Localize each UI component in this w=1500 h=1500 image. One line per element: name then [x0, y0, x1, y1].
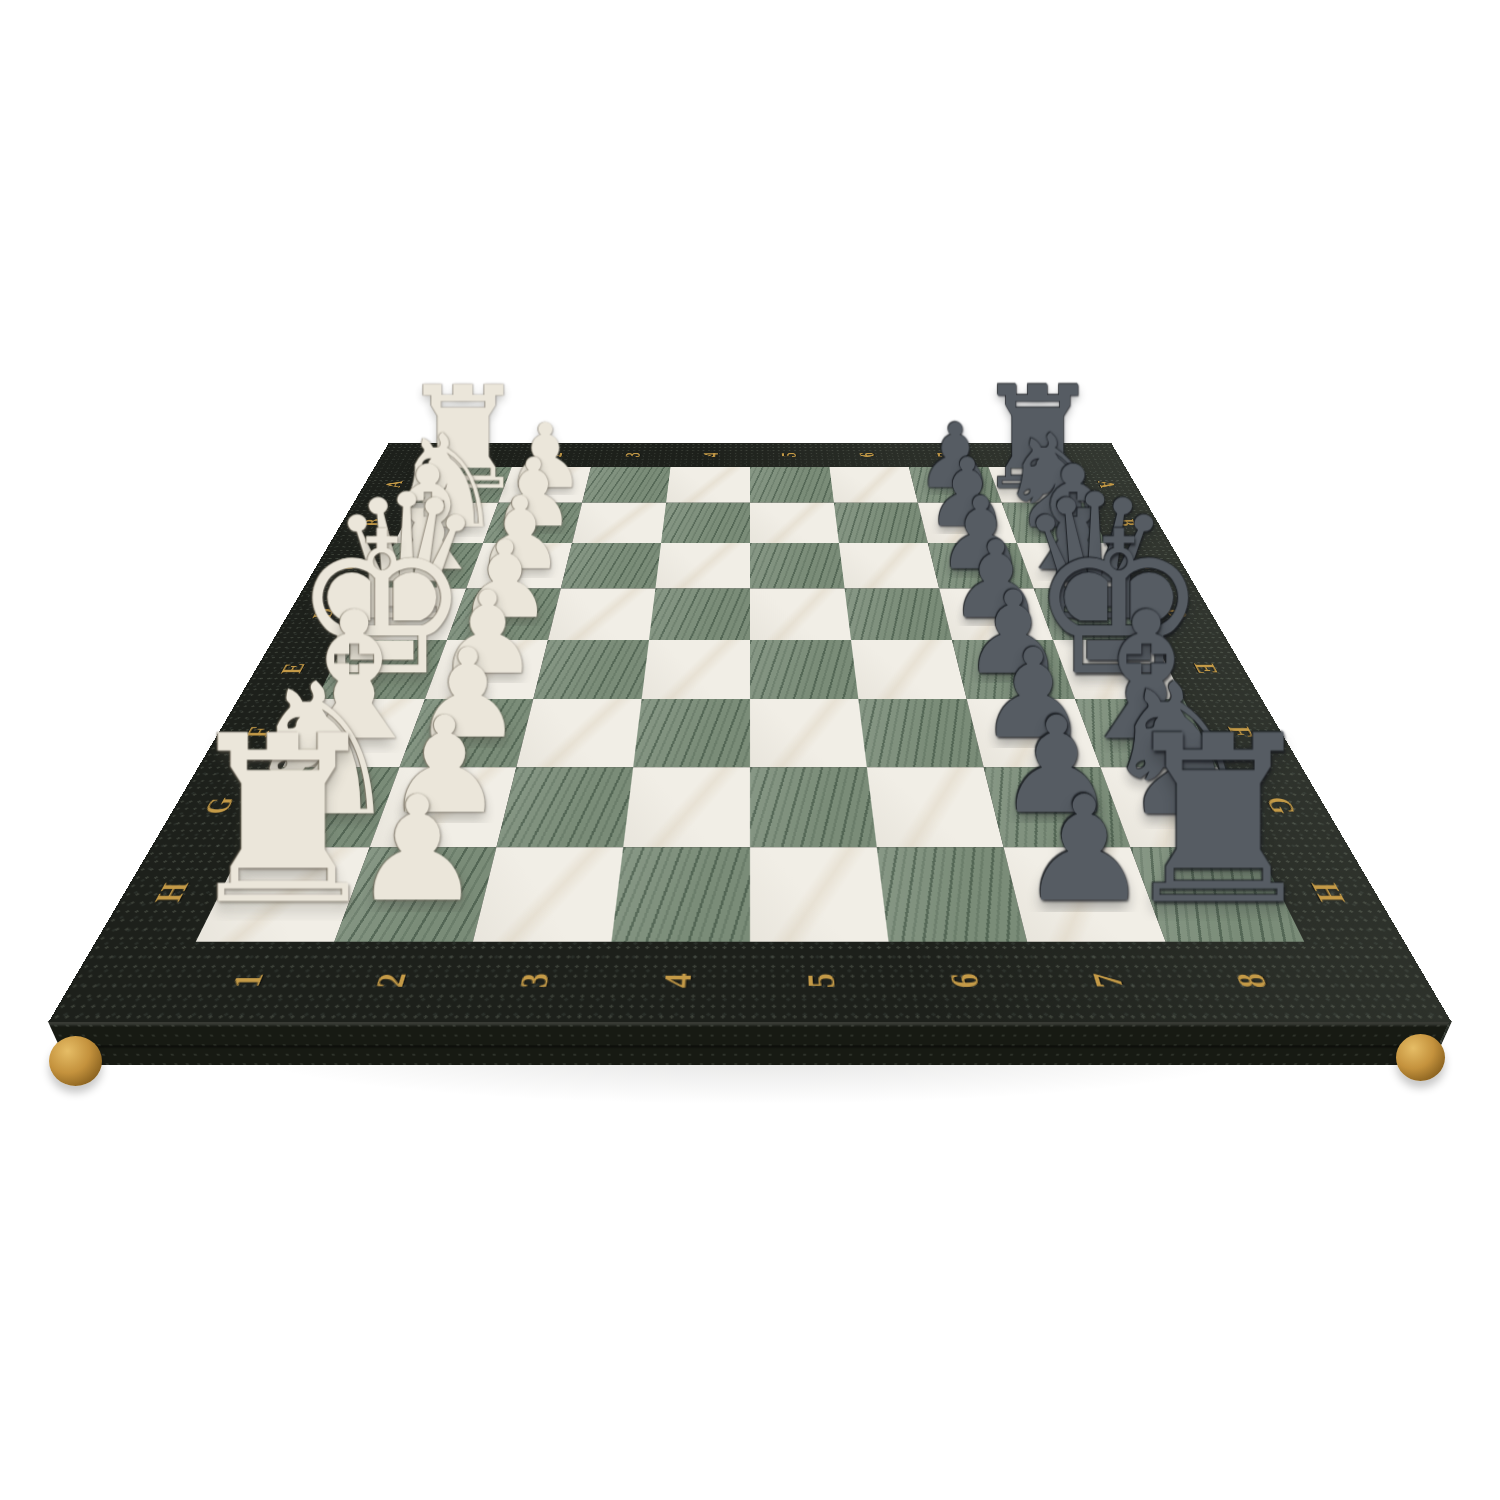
square-h1: ♜: [196, 847, 370, 942]
scene: 12345678A♜♟♟♜AB♞♟♟♞BC♝♟♟♝CD♛♟♟♛DE♚♟♟♚EF♝…: [0, 0, 1500, 1500]
square-c5: [750, 543, 845, 588]
square-a4: [666, 467, 750, 503]
rank-label-near-cell-2: 2: [304, 942, 472, 1022]
rank-label-far-3: 3: [621, 453, 646, 457]
rank-label-near-cell-5: 5: [750, 942, 899, 1022]
rank-label-near-2: 2: [367, 973, 416, 988]
square-d4: [649, 588, 750, 640]
rank-label-far-cell-5: 5: [750, 443, 829, 467]
chess-board: 12345678A♜♟♟♜AB♞♟♟♞BC♝♟♟♝CD♛♟♟♛DE♚♟♟♚EF♝…: [48, 443, 1451, 1022]
square-d3: [548, 588, 655, 640]
square-b5: [750, 503, 839, 543]
rank-label-far-cell-4: 4: [671, 443, 750, 467]
rank-label-near-1: 1: [223, 973, 273, 988]
chessboard-photo: 12345678A♜♟♟♜AB♞♟♟♞BC♝♟♟♝CD♛♟♟♛DE♚♟♟♚EF♝…: [0, 0, 1500, 1500]
rank-label-near-cell-6: 6: [889, 942, 1048, 1022]
rank-label-far-cell-3: 3: [591, 443, 673, 467]
square-g4: [623, 767, 750, 847]
square-g6: [867, 767, 1004, 847]
square-h3: [473, 847, 623, 942]
square-d5: [750, 588, 851, 640]
square-e5: [750, 640, 858, 699]
square-a5: [750, 467, 834, 503]
square-d6: [845, 588, 952, 640]
square-h6: [877, 847, 1027, 942]
square-e3: [533, 640, 649, 699]
rank-label-far-6: 6: [855, 453, 880, 457]
brass-foot-left: [49, 1036, 102, 1086]
brass-foot-right: [1396, 1034, 1445, 1081]
piece-white-rook-h1: ♜: [179, 705, 387, 936]
rank-label-near-cell-8: 8: [1166, 942, 1344, 1022]
square-f3: [516, 699, 641, 767]
rank-label-near-cell-4: 4: [601, 942, 750, 1022]
square-b3: [572, 503, 666, 543]
rank-label-far-5: 5: [777, 453, 801, 457]
square-f6: [858, 699, 983, 767]
square-a3: [582, 467, 670, 503]
square-h8: ♜: [1130, 847, 1304, 942]
square-g5: [750, 767, 877, 847]
rank-label-near-4: 4: [656, 973, 701, 988]
rank-label-far-4: 4: [699, 453, 723, 457]
piece-black-rook-h8: ♜: [1114, 705, 1322, 936]
square-a6: [829, 467, 917, 503]
rank-label-near-3: 3: [511, 973, 558, 988]
rank-label-near-cell-3: 3: [453, 942, 612, 1022]
rank-label-far-cell-6: 6: [827, 443, 909, 467]
square-c4: [655, 543, 750, 588]
rank-label-near-cell-7: 7: [1027, 942, 1195, 1022]
rank-label-near-8: 8: [1227, 973, 1277, 988]
square-g3: [496, 767, 633, 847]
rank-label-near-6: 6: [942, 973, 989, 988]
square-c6: [839, 543, 939, 588]
rank-label-near-7: 7: [1084, 973, 1133, 988]
square-c3: [561, 543, 661, 588]
board-front-edge: [48, 1021, 1453, 1065]
square-e4: [642, 640, 750, 699]
rank-label-near-5: 5: [799, 973, 844, 988]
square-f4: [633, 699, 750, 767]
square-e6: [851, 640, 967, 699]
board-3d: 12345678A♜♟♟♜AB♞♟♟♞BC♝♟♟♝CD♛♟♟♛DE♚♟♟♚EF♝…: [48, 443, 1451, 1022]
square-f5: [750, 699, 867, 767]
square-h4: [611, 847, 750, 942]
square-h5: [750, 847, 889, 942]
square-b4: [661, 503, 750, 543]
square-b6: [834, 503, 928, 543]
